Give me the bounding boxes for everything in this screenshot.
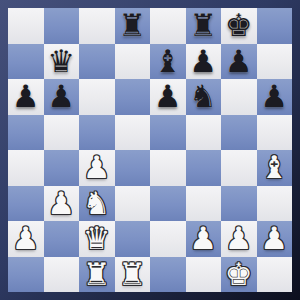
square-h6[interactable]: ♟ [257, 79, 293, 115]
square-g7[interactable]: ♟ [221, 44, 257, 80]
square-c1[interactable]: ♜ [79, 257, 115, 293]
black-pawn[interactable]: ♟ [189, 44, 217, 80]
square-g3[interactable] [221, 186, 257, 222]
white-pawn[interactable]: ♟ [47, 186, 75, 222]
square-f8[interactable]: ♜ [186, 8, 222, 44]
square-h7[interactable] [257, 44, 293, 80]
square-d4[interactable] [115, 150, 151, 186]
square-f3[interactable] [186, 186, 222, 222]
black-knight[interactable]: ♞ [189, 79, 217, 115]
white-pawn[interactable]: ♟ [225, 221, 253, 257]
black-rook[interactable]: ♜ [189, 8, 217, 44]
square-c7[interactable] [79, 44, 115, 80]
square-d5[interactable] [115, 115, 151, 151]
square-f7[interactable]: ♟ [186, 44, 222, 80]
square-a4[interactable] [8, 150, 44, 186]
square-d8[interactable]: ♜ [115, 8, 151, 44]
square-d2[interactable] [115, 221, 151, 257]
square-g6[interactable] [221, 79, 257, 115]
white-rook[interactable]: ♜ [83, 257, 111, 293]
square-g4[interactable] [221, 150, 257, 186]
white-bishop[interactable]: ♝ [260, 150, 288, 186]
square-f1[interactable] [186, 257, 222, 293]
square-h5[interactable] [257, 115, 293, 151]
square-d6[interactable] [115, 79, 151, 115]
black-pawn[interactable]: ♟ [154, 79, 182, 115]
square-a1[interactable] [8, 257, 44, 293]
square-h2[interactable]: ♟ [257, 221, 293, 257]
square-e1[interactable] [150, 257, 186, 293]
square-f6[interactable]: ♞ [186, 79, 222, 115]
black-pawn[interactable]: ♟ [12, 79, 40, 115]
square-c6[interactable] [79, 79, 115, 115]
square-c5[interactable] [79, 115, 115, 151]
square-h4[interactable]: ♝ [257, 150, 293, 186]
square-c2[interactable]: ♛ [79, 221, 115, 257]
white-pawn[interactable]: ♟ [189, 221, 217, 257]
square-c3[interactable]: ♞ [79, 186, 115, 222]
square-h8[interactable] [257, 8, 293, 44]
square-g5[interactable] [221, 115, 257, 151]
white-pawn[interactable]: ♟ [260, 221, 288, 257]
square-f5[interactable] [186, 115, 222, 151]
black-pawn[interactable]: ♟ [225, 44, 253, 80]
square-b8[interactable] [44, 8, 80, 44]
black-bishop[interactable]: ♝ [154, 44, 182, 80]
square-a6[interactable]: ♟ [8, 79, 44, 115]
black-rook[interactable]: ♜ [118, 8, 146, 44]
square-c4[interactable]: ♟ [79, 150, 115, 186]
square-a7[interactable] [8, 44, 44, 80]
square-f4[interactable] [186, 150, 222, 186]
square-e3[interactable] [150, 186, 186, 222]
square-d3[interactable] [115, 186, 151, 222]
square-c8[interactable] [79, 8, 115, 44]
black-king[interactable]: ♚ [225, 8, 253, 44]
square-g8[interactable]: ♚ [221, 8, 257, 44]
square-b7[interactable]: ♛ [44, 44, 80, 80]
square-e6[interactable]: ♟ [150, 79, 186, 115]
square-a8[interactable] [8, 8, 44, 44]
square-e5[interactable] [150, 115, 186, 151]
white-rook[interactable]: ♜ [118, 257, 146, 293]
square-a3[interactable] [8, 186, 44, 222]
square-g1[interactable]: ♚ [221, 257, 257, 293]
square-a5[interactable] [8, 115, 44, 151]
square-d1[interactable]: ♜ [115, 257, 151, 293]
square-g2[interactable]: ♟ [221, 221, 257, 257]
square-h1[interactable] [257, 257, 293, 293]
square-h3[interactable] [257, 186, 293, 222]
square-b3[interactable]: ♟ [44, 186, 80, 222]
square-e8[interactable] [150, 8, 186, 44]
square-b6[interactable]: ♟ [44, 79, 80, 115]
square-d7[interactable] [115, 44, 151, 80]
chess-board: ♜♜♚♛♝♟♟♟♟♟♞♟♟♝♟♞♟♛♟♟♟♜♜♚ [8, 8, 292, 292]
square-e4[interactable] [150, 150, 186, 186]
square-b5[interactable] [44, 115, 80, 151]
square-e7[interactable]: ♝ [150, 44, 186, 80]
black-pawn[interactable]: ♟ [260, 79, 288, 115]
square-b1[interactable] [44, 257, 80, 293]
white-king[interactable]: ♚ [225, 257, 253, 293]
white-pawn[interactable]: ♟ [12, 221, 40, 257]
square-e2[interactable] [150, 221, 186, 257]
square-a2[interactable]: ♟ [8, 221, 44, 257]
board-frame: ♜♜♚♛♝♟♟♟♟♟♞♟♟♝♟♞♟♛♟♟♟♜♜♚ [0, 0, 300, 300]
square-b2[interactable] [44, 221, 80, 257]
white-knight[interactable]: ♞ [83, 186, 111, 222]
black-queen[interactable]: ♛ [47, 44, 75, 80]
square-f2[interactable]: ♟ [186, 221, 222, 257]
black-pawn[interactable]: ♟ [47, 79, 75, 115]
square-b4[interactable] [44, 150, 80, 186]
white-queen[interactable]: ♛ [83, 221, 111, 257]
white-pawn[interactable]: ♟ [83, 150, 111, 186]
